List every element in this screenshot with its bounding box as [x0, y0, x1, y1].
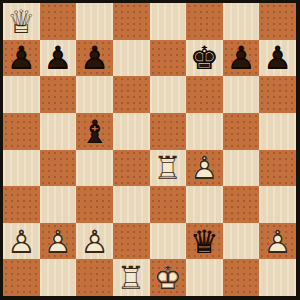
- white-queen[interactable]: ♛♕: [3, 3, 40, 40]
- square-f1[interactable]: [186, 259, 223, 296]
- white-pawn[interactable]: ♟♙: [186, 150, 223, 187]
- black-king-outline-glyph: ♔: [186, 40, 223, 77]
- square-g6[interactable]: [223, 76, 260, 113]
- square-a4[interactable]: [3, 150, 40, 187]
- square-b8[interactable]: [40, 3, 77, 40]
- square-e7[interactable]: [150, 40, 187, 77]
- square-f6[interactable]: [186, 76, 223, 113]
- square-h6[interactable]: [259, 76, 296, 113]
- white-pawn[interactable]: ♟♙: [40, 223, 77, 260]
- black-queen-outline-glyph: ♕: [186, 223, 223, 260]
- square-d8[interactable]: [113, 3, 150, 40]
- square-b7[interactable]: ♟♙: [40, 40, 77, 77]
- square-a8[interactable]: ♛♕: [3, 3, 40, 40]
- white-pawn[interactable]: ♟♙: [259, 223, 296, 260]
- white-pawn-outline-glyph: ♙: [259, 223, 296, 260]
- square-c5[interactable]: ♝♗: [76, 113, 113, 150]
- black-pawn[interactable]: ♟♙: [259, 40, 296, 77]
- square-h7[interactable]: ♟♙: [259, 40, 296, 77]
- square-a3[interactable]: [3, 186, 40, 223]
- square-g1[interactable]: [223, 259, 260, 296]
- square-g2[interactable]: [223, 223, 260, 260]
- square-a2[interactable]: ♟♙: [3, 223, 40, 260]
- white-rook[interactable]: ♜♖: [150, 150, 187, 187]
- square-d3[interactable]: [113, 186, 150, 223]
- black-king[interactable]: ♚♔: [186, 40, 223, 77]
- square-d4[interactable]: [113, 150, 150, 187]
- square-b1[interactable]: [40, 259, 77, 296]
- black-bishop-outline-glyph: ♗: [76, 113, 113, 150]
- chess-board: ♛♕♟♙♟♙♟♙♚♔♟♙♟♙♝♗♜♖♟♙♟♙♟♙♟♙♛♕♟♙♜♖♚♔: [3, 3, 296, 296]
- square-c4[interactable]: [76, 150, 113, 187]
- square-b5[interactable]: [40, 113, 77, 150]
- square-e3[interactable]: [150, 186, 187, 223]
- black-pawn[interactable]: ♟♙: [3, 40, 40, 77]
- white-pawn-outline-glyph: ♙: [40, 223, 77, 260]
- square-h8[interactable]: [259, 3, 296, 40]
- square-h2[interactable]: ♟♙: [259, 223, 296, 260]
- square-c3[interactable]: [76, 186, 113, 223]
- black-pawn-outline-glyph: ♙: [223, 40, 260, 77]
- square-b2[interactable]: ♟♙: [40, 223, 77, 260]
- square-d5[interactable]: [113, 113, 150, 150]
- square-f4[interactable]: ♟♙: [186, 150, 223, 187]
- white-king[interactable]: ♚♔: [150, 259, 187, 296]
- square-a6[interactable]: [3, 76, 40, 113]
- white-rook-outline-glyph: ♖: [113, 259, 150, 296]
- square-a5[interactable]: [3, 113, 40, 150]
- white-queen-outline-glyph: ♕: [3, 3, 40, 40]
- square-e4[interactable]: ♜♖: [150, 150, 187, 187]
- black-pawn[interactable]: ♟♙: [223, 40, 260, 77]
- square-e1[interactable]: ♚♔: [150, 259, 187, 296]
- square-c1[interactable]: [76, 259, 113, 296]
- square-f7[interactable]: ♚♔: [186, 40, 223, 77]
- square-h4[interactable]: [259, 150, 296, 187]
- square-d1[interactable]: ♜♖: [113, 259, 150, 296]
- black-pawn[interactable]: ♟♙: [76, 40, 113, 77]
- square-d2[interactable]: [113, 223, 150, 260]
- black-pawn-outline-glyph: ♙: [76, 40, 113, 77]
- square-g4[interactable]: [223, 150, 260, 187]
- square-f5[interactable]: [186, 113, 223, 150]
- chess-board-frame: ♛♕♟♙♟♙♟♙♚♔♟♙♟♙♝♗♜♖♟♙♟♙♟♙♟♙♛♕♟♙♜♖♚♔: [0, 0, 300, 300]
- square-c6[interactable]: [76, 76, 113, 113]
- square-c2[interactable]: ♟♙: [76, 223, 113, 260]
- white-king-outline-glyph: ♔: [150, 259, 187, 296]
- square-a7[interactable]: ♟♙: [3, 40, 40, 77]
- white-pawn-outline-glyph: ♙: [186, 150, 223, 187]
- black-queen[interactable]: ♛♕: [186, 223, 223, 260]
- square-c7[interactable]: ♟♙: [76, 40, 113, 77]
- square-d7[interactable]: [113, 40, 150, 77]
- square-b6[interactable]: [40, 76, 77, 113]
- square-h1[interactable]: [259, 259, 296, 296]
- white-pawn-outline-glyph: ♙: [76, 223, 113, 260]
- square-c8[interactable]: [76, 3, 113, 40]
- black-pawn-outline-glyph: ♙: [40, 40, 77, 77]
- square-h5[interactable]: [259, 113, 296, 150]
- square-e8[interactable]: [150, 3, 187, 40]
- square-g3[interactable]: [223, 186, 260, 223]
- square-a1[interactable]: [3, 259, 40, 296]
- white-pawn-outline-glyph: ♙: [3, 223, 40, 260]
- square-f3[interactable]: [186, 186, 223, 223]
- white-pawn[interactable]: ♟♙: [3, 223, 40, 260]
- square-b3[interactable]: [40, 186, 77, 223]
- square-g8[interactable]: [223, 3, 260, 40]
- white-rook[interactable]: ♜♖: [113, 259, 150, 296]
- black-bishop[interactable]: ♝♗: [76, 113, 113, 150]
- square-e5[interactable]: [150, 113, 187, 150]
- square-h3[interactable]: [259, 186, 296, 223]
- square-g5[interactable]: [223, 113, 260, 150]
- white-pawn[interactable]: ♟♙: [76, 223, 113, 260]
- square-b4[interactable]: [40, 150, 77, 187]
- square-g7[interactable]: ♟♙: [223, 40, 260, 77]
- black-pawn[interactable]: ♟♙: [40, 40, 77, 77]
- white-rook-outline-glyph: ♖: [150, 150, 187, 187]
- square-f2[interactable]: ♛♕: [186, 223, 223, 260]
- square-e2[interactable]: [150, 223, 187, 260]
- square-f8[interactable]: [186, 3, 223, 40]
- black-pawn-outline-glyph: ♙: [259, 40, 296, 77]
- black-pawn-outline-glyph: ♙: [3, 40, 40, 77]
- square-e6[interactable]: [150, 76, 187, 113]
- square-d6[interactable]: [113, 76, 150, 113]
